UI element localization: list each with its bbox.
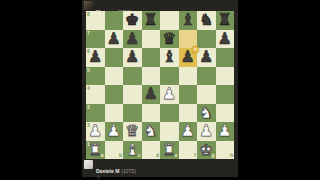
square-e1[interactable]: e♜ [160, 141, 179, 160]
white-knight-g3[interactable]: ♞ [197, 104, 216, 123]
board: 8♚♜♝♞♜7♟♟♛♟6♟♟♝♟?!♟54♟♟3♞2♟♟♛♞♟♟♟1a♜bc♝d… [86, 11, 234, 159]
bottom-player-name: Daniele M [96, 168, 119, 174]
black-pawn-g6[interactable]: ♟ [197, 48, 216, 67]
game-column: Magnus(2500) ♙♙♗ 8♚♜♝♞♜7♟♟♛♟6♟♟♝♟?!♟54♟♟… [82, 0, 238, 177]
black-pawn-c6[interactable]: ♟ [123, 48, 142, 67]
square-d1[interactable]: d [142, 141, 161, 160]
black-pawn-h7[interactable]: ♟ [216, 30, 235, 49]
square-e3[interactable] [160, 104, 179, 123]
square-d3[interactable] [142, 104, 161, 123]
white-queen-c2[interactable]: ♛ [123, 122, 142, 141]
square-d4[interactable]: ♟ [142, 85, 161, 104]
square-c1[interactable]: c♝ [123, 141, 142, 160]
square-b3[interactable] [105, 104, 124, 123]
file-label-f: f [194, 153, 196, 158]
black-pawn-b7[interactable]: ♟ [105, 30, 124, 49]
file-label-d: d [156, 153, 159, 158]
rank-label-4: 4 [87, 86, 90, 91]
white-knight-d2[interactable]: ♞ [142, 122, 161, 141]
black-rook-d8[interactable]: ♜ [142, 11, 161, 30]
square-a3[interactable]: 3 [86, 104, 105, 123]
square-f8[interactable]: ♝ [179, 11, 198, 30]
file-label-g: g [211, 153, 214, 158]
black-bishop-e6[interactable]: ♝ [160, 48, 179, 67]
black-pawn-d4[interactable]: ♟ [142, 85, 161, 104]
square-f6[interactable]: ♟?! [179, 48, 198, 67]
black-queen-e7[interactable]: ♛ [160, 30, 179, 49]
bottom-player-avatar[interactable] [84, 160, 93, 169]
square-g6[interactable]: ♟ [197, 48, 216, 67]
square-f1[interactable]: f [179, 141, 198, 160]
square-d2[interactable]: ♞ [142, 122, 161, 141]
square-e8[interactable] [160, 11, 179, 30]
file-label-b: b [119, 153, 122, 158]
square-a6[interactable]: 6♟ [86, 48, 105, 67]
white-pawn-f2[interactable]: ♟ [179, 122, 198, 141]
file-label-a: a [101, 153, 104, 158]
square-e2[interactable] [160, 122, 179, 141]
square-h2[interactable]: ♟ [216, 122, 235, 141]
black-rook-h8[interactable]: ♜ [216, 11, 235, 30]
square-a1[interactable]: 1a♜ [86, 141, 105, 160]
square-e4[interactable]: ♟ [160, 85, 179, 104]
square-e7[interactable]: ♛ [160, 30, 179, 49]
video-frame: Magnus(2500) ♙♙♗ 8♚♜♝♞♜7♟♟♛♟6♟♟♝♟?!♟54♟♟… [0, 0, 320, 180]
square-e5[interactable] [160, 67, 179, 86]
square-f5[interactable] [179, 67, 198, 86]
square-a8[interactable]: 8 [86, 11, 105, 30]
square-b8[interactable] [105, 11, 124, 30]
square-c4[interactable] [123, 85, 142, 104]
square-e6[interactable]: ♝ [160, 48, 179, 67]
square-g4[interactable] [197, 85, 216, 104]
bottom-player-rating: (1075) [121, 168, 135, 174]
square-f3[interactable] [179, 104, 198, 123]
move-classification-badge: ?! [192, 46, 199, 53]
white-pawn-h2[interactable]: ♟ [216, 122, 235, 141]
file-label-c: c [138, 153, 141, 158]
square-g8[interactable]: ♞ [197, 11, 216, 30]
rank-label-5: 5 [87, 68, 90, 73]
square-c3[interactable] [123, 104, 142, 123]
square-c5[interactable] [123, 67, 142, 86]
square-h8[interactable]: ♜ [216, 11, 235, 30]
square-a5[interactable]: 5 [86, 67, 105, 86]
square-a2[interactable]: 2♟ [86, 122, 105, 141]
square-g2[interactable]: ♟ [197, 122, 216, 141]
square-b5[interactable] [105, 67, 124, 86]
square-c7[interactable]: ♟ [123, 30, 142, 49]
rank-label-1: 1 [87, 142, 90, 147]
rank-label-7: 7 [87, 31, 90, 36]
white-pawn-g2[interactable]: ♟ [197, 122, 216, 141]
square-h4[interactable] [216, 85, 235, 104]
rank-label-6: 6 [87, 49, 90, 54]
square-b7[interactable]: ♟ [105, 30, 124, 49]
square-a4[interactable]: 4 [86, 85, 105, 104]
rank-label-2: 2 [87, 123, 90, 128]
rank-label-8: 8 [87, 12, 90, 17]
black-knight-g8[interactable]: ♞ [197, 11, 216, 30]
square-h3[interactable] [216, 104, 235, 123]
square-a7[interactable]: 7 [86, 30, 105, 49]
square-b2[interactable]: ♟ [105, 122, 124, 141]
square-g7[interactable] [197, 30, 216, 49]
square-c8[interactable]: ♚ [123, 11, 142, 30]
black-pawn-c7[interactable]: ♟ [123, 30, 142, 49]
square-c2[interactable]: ♛ [123, 122, 142, 141]
square-g3[interactable]: ♞ [197, 104, 216, 123]
rank-label-3: 3 [87, 105, 90, 110]
bottom-player-bar: Daniele M(1075) ♘ [82, 159, 238, 177]
white-pawn-e4[interactable]: ♟ [160, 85, 179, 104]
square-h1[interactable]: h [216, 141, 235, 160]
top-player-avatar[interactable] [84, 1, 93, 10]
file-label-h: h [230, 153, 233, 158]
bottom-player-captured-pieces: ♘ [96, 176, 136, 180]
square-b6[interactable] [105, 48, 124, 67]
file-label-e: e [175, 153, 178, 158]
white-pawn-b2[interactable]: ♟ [105, 122, 124, 141]
square-f2[interactable]: ♟ [179, 122, 198, 141]
square-h6[interactable] [216, 48, 235, 67]
square-c6[interactable]: ♟ [123, 48, 142, 67]
square-b1[interactable]: b [105, 141, 124, 160]
top-player-bar: Magnus(2500) ♙♙♗ [82, 0, 238, 11]
square-g1[interactable]: g♚ [197, 141, 216, 160]
square-h7[interactable]: ♟ [216, 30, 235, 49]
square-g5[interactable] [197, 67, 216, 86]
square-d8[interactable]: ♜ [142, 11, 161, 30]
square-d5[interactable] [142, 67, 161, 86]
square-d7[interactable] [142, 30, 161, 49]
square-b4[interactable] [105, 85, 124, 104]
black-king-c8[interactable]: ♚ [123, 11, 142, 30]
square-f4[interactable] [179, 85, 198, 104]
square-h5[interactable] [216, 67, 235, 86]
black-bishop-f8[interactable]: ♝ [179, 11, 198, 30]
square-d6[interactable] [142, 48, 161, 67]
